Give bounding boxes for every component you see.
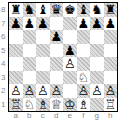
piece-white-pawn: ♙ [37, 84, 49, 98]
piece-black-knight: ♞ [23, 3, 35, 17]
square-e8[interactable]: ♚ [63, 3, 77, 17]
square-e6[interactable] [63, 30, 77, 44]
square-a7[interactable]: ♟ [9, 17, 23, 31]
rank-label-7: 7 [0, 17, 8, 31]
rank-label-8: 8 [0, 3, 8, 17]
square-d4[interactable] [50, 57, 64, 71]
square-f2[interactable]: ♙ [77, 84, 91, 98]
piece-white-pawn: ♙ [10, 84, 22, 98]
piece-black-pawn: ♟ [91, 17, 103, 31]
square-e3[interactable] [63, 71, 77, 85]
piece-white-knight: ♘ [77, 71, 89, 85]
square-b3[interactable] [23, 71, 37, 85]
square-h1[interactable]: ♖ [104, 98, 118, 112]
square-f7[interactable]: ♟ [77, 17, 91, 31]
square-g2[interactable]: ♙ [90, 84, 104, 98]
square-a5[interactable] [9, 44, 23, 58]
square-c3[interactable] [36, 71, 50, 85]
file-label-g: g [90, 112, 104, 120]
piece-white-bishop: ♗ [37, 98, 49, 112]
square-a1[interactable]: ♖ [9, 98, 23, 112]
square-c4[interactable] [36, 57, 50, 71]
piece-white-king: ♔ [64, 98, 76, 112]
piece-black-queen: ♛ [50, 3, 62, 17]
square-h7[interactable]: ♟ [104, 17, 118, 31]
piece-black-bishop: ♝ [77, 3, 89, 17]
square-a2[interactable]: ♙ [9, 84, 23, 98]
square-b1[interactable]: ♘ [23, 98, 37, 112]
file-label-e: e [63, 112, 77, 120]
square-b2[interactable]: ♙ [23, 84, 37, 98]
square-d2[interactable]: ♙ [50, 84, 64, 98]
square-h4[interactable] [104, 57, 118, 71]
rank-labels: 87654321 [0, 3, 8, 111]
square-d1[interactable]: ♕ [50, 98, 64, 112]
square-g8[interactable]: ♞ [90, 3, 104, 17]
piece-white-pawn: ♙ [64, 57, 76, 71]
rank-label-2: 2 [0, 84, 8, 98]
square-h5[interactable] [104, 44, 118, 58]
square-f1[interactable]: ♗ [77, 98, 91, 112]
square-g5[interactable] [90, 44, 104, 58]
piece-white-bishop: ♗ [77, 98, 89, 112]
chess-diagram: 87654321 ♜♞♝♛♚♝♞♜♟♟♟♟♟♟♟♟♙♘♙♙♙♙♙♙♙♖♘♗♕♔♗… [0, 0, 120, 120]
piece-black-pawn: ♟ [77, 17, 89, 31]
piece-white-rook: ♖ [10, 98, 22, 112]
square-a3[interactable] [9, 71, 23, 85]
piece-white-knight: ♘ [23, 98, 35, 112]
file-label-h: h [104, 112, 118, 120]
square-g1[interactable] [90, 98, 104, 112]
file-label-d: d [50, 112, 64, 120]
square-f3[interactable]: ♘ [77, 71, 91, 85]
rank-label-3: 3 [0, 71, 8, 85]
square-c5[interactable] [36, 44, 50, 58]
square-h6[interactable] [104, 30, 118, 44]
square-g6[interactable] [90, 30, 104, 44]
piece-black-rook: ♜ [104, 3, 116, 17]
file-labels: abcdefgh [9, 112, 117, 120]
rank-label-1: 1 [0, 98, 8, 112]
piece-black-pawn: ♟ [23, 17, 35, 31]
square-e2[interactable] [63, 84, 77, 98]
square-b5[interactable] [23, 44, 37, 58]
square-f8[interactable]: ♝ [77, 3, 91, 17]
square-a4[interactable] [9, 57, 23, 71]
square-c2[interactable]: ♙ [36, 84, 50, 98]
square-h2[interactable]: ♙ [104, 84, 118, 98]
square-e4[interactable]: ♙ [63, 57, 77, 71]
square-e5[interactable]: ♟ [63, 44, 77, 58]
square-f5[interactable] [77, 44, 91, 58]
rank-label-5: 5 [0, 44, 8, 58]
square-c7[interactable]: ♟ [36, 17, 50, 31]
square-d8[interactable]: ♛ [50, 3, 64, 17]
file-label-b: b [23, 112, 37, 120]
square-c8[interactable]: ♝ [36, 3, 50, 17]
rank-label-4: 4 [0, 57, 8, 71]
piece-white-pawn: ♙ [23, 84, 35, 98]
piece-black-rook: ♜ [10, 3, 22, 17]
square-g3[interactable] [90, 71, 104, 85]
square-b6[interactable] [23, 30, 37, 44]
rank-label-6: 6 [0, 30, 8, 44]
square-g7[interactable]: ♟ [90, 17, 104, 31]
square-b4[interactable] [23, 57, 37, 71]
square-f4[interactable] [77, 57, 91, 71]
piece-white-pawn: ♙ [50, 84, 62, 98]
file-label-c: c [36, 112, 50, 120]
square-b8[interactable]: ♞ [23, 3, 37, 17]
piece-black-pawn: ♟ [64, 44, 76, 58]
piece-white-pawn: ♙ [91, 84, 103, 98]
square-g4[interactable] [90, 57, 104, 71]
square-b7[interactable]: ♟ [23, 17, 37, 31]
piece-black-pawn: ♟ [37, 17, 49, 31]
chess-board: ♜♞♝♛♚♝♞♜♟♟♟♟♟♟♟♟♙♘♙♙♙♙♙♙♙♖♘♗♕♔♗♖ [8, 2, 118, 112]
square-c1[interactable]: ♗ [36, 98, 50, 112]
square-d6[interactable]: ♟ [50, 30, 64, 44]
piece-black-bishop: ♝ [37, 3, 49, 17]
piece-white-pawn: ♙ [77, 84, 89, 98]
square-h3[interactable] [104, 71, 118, 85]
square-e1[interactable]: ♔ [63, 98, 77, 112]
file-label-f: f [77, 112, 91, 120]
square-d5[interactable] [50, 44, 64, 58]
piece-black-king: ♚ [64, 3, 76, 17]
square-d3[interactable] [50, 71, 64, 85]
square-d7[interactable] [50, 17, 64, 31]
square-h8[interactable]: ♜ [104, 3, 118, 17]
file-label-a: a [9, 112, 23, 120]
square-a8[interactable]: ♜ [9, 3, 23, 17]
piece-white-queen: ♕ [50, 98, 62, 112]
square-a6[interactable] [9, 30, 23, 44]
square-c6[interactable] [36, 30, 50, 44]
square-f6[interactable] [77, 30, 91, 44]
piece-white-pawn: ♙ [104, 84, 116, 98]
piece-white-rook: ♖ [104, 98, 116, 112]
square-e7[interactable] [63, 17, 77, 31]
piece-black-pawn: ♟ [104, 17, 116, 31]
piece-black-knight: ♞ [91, 3, 103, 17]
piece-black-pawn: ♟ [10, 17, 22, 31]
piece-black-pawn: ♟ [50, 30, 62, 44]
